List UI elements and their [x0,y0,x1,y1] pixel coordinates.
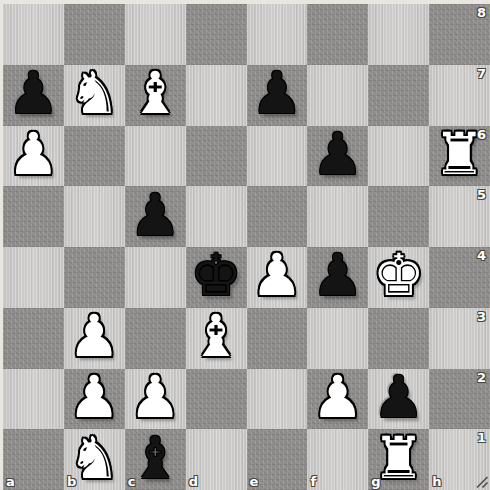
square-d6[interactable] [186,126,247,187]
square-g2[interactable]: ♟ [368,369,429,430]
piece-white-pawn[interactable]: ♟ [68,307,120,365]
rank-label-6: 6 [477,127,486,142]
square-b3[interactable]: ♟ [64,308,125,369]
square-h8[interactable]: 8 [429,4,490,65]
square-c3[interactable] [125,308,186,369]
square-d2[interactable] [186,369,247,430]
square-f3[interactable] [307,308,368,369]
square-g6[interactable] [368,126,429,187]
piece-white-king[interactable]: ♚ [373,246,425,304]
rank-label-1: 1 [477,430,486,445]
square-f4[interactable]: ♟ [307,247,368,308]
square-d3[interactable]: ♝ [186,308,247,369]
square-a8[interactable] [3,4,64,65]
square-e2[interactable] [247,369,308,430]
square-c7[interactable]: ♝ [125,65,186,126]
square-a2[interactable] [3,369,64,430]
rank-label-4: 4 [477,248,486,263]
square-b8[interactable] [64,4,125,65]
square-c2[interactable]: ♟ [125,369,186,430]
file-label-a: a [6,474,15,489]
square-a3[interactable] [3,308,64,369]
square-b7[interactable]: ♞ [64,65,125,126]
piece-black-bishop[interactable]: ♝ [129,429,181,487]
square-b2[interactable]: ♟ [64,369,125,430]
square-g8[interactable] [368,4,429,65]
square-d1[interactable]: d [186,429,247,490]
piece-white-knight[interactable]: ♞ [68,64,120,122]
square-c5[interactable]: ♟ [125,186,186,247]
square-b6[interactable] [64,126,125,187]
file-label-b: b [67,474,76,489]
file-label-g: g [371,474,380,489]
square-h5[interactable]: 5 [429,186,490,247]
piece-white-pawn[interactable]: ♟ [129,368,181,426]
piece-white-pawn[interactable]: ♟ [7,125,59,183]
piece-black-pawn[interactable]: ♟ [251,64,303,122]
board-resize-handle[interactable] [474,474,489,489]
square-a6[interactable]: ♟ [3,126,64,187]
square-a1[interactable]: a [3,429,64,490]
square-g7[interactable] [368,65,429,126]
square-h4[interactable]: 4 [429,247,490,308]
square-e6[interactable] [247,126,308,187]
square-c6[interactable] [125,126,186,187]
square-h3[interactable]: 3 [429,308,490,369]
chess-board: 8♟♞♝♟7♟♟6♜♟5♚♟♟♚4♟♝3♟♟♟♟2ab♞c♝defg♜h1 [3,4,490,490]
square-c4[interactable] [125,247,186,308]
square-a5[interactable] [3,186,64,247]
rank-label-3: 3 [477,309,486,324]
square-e3[interactable] [247,308,308,369]
square-c1[interactable]: c♝ [125,429,186,490]
square-a7[interactable]: ♟ [3,65,64,126]
file-label-f: f [310,474,316,489]
square-b5[interactable] [64,186,125,247]
square-h7[interactable]: 7 [429,65,490,126]
rank-label-8: 8 [477,5,486,20]
piece-black-king[interactable]: ♚ [190,246,242,304]
square-f2[interactable]: ♟ [307,369,368,430]
square-c8[interactable] [125,4,186,65]
file-label-h: h [432,474,441,489]
square-d8[interactable] [186,4,247,65]
square-f7[interactable] [307,65,368,126]
square-g4[interactable]: ♚ [368,247,429,308]
square-a4[interactable] [3,247,64,308]
square-f5[interactable] [307,186,368,247]
square-f1[interactable]: f [307,429,368,490]
file-label-e: e [250,474,259,489]
square-h2[interactable]: 2 [429,369,490,430]
piece-white-pawn[interactable]: ♟ [251,246,303,304]
rank-label-2: 2 [477,370,486,385]
piece-black-pawn[interactable]: ♟ [129,186,181,244]
piece-black-pawn[interactable]: ♟ [312,125,364,183]
square-b1[interactable]: b♞ [64,429,125,490]
square-f6[interactable]: ♟ [307,126,368,187]
piece-black-pawn[interactable]: ♟ [373,368,425,426]
piece-black-pawn[interactable]: ♟ [7,64,59,122]
piece-black-pawn[interactable]: ♟ [312,246,364,304]
piece-white-bishop[interactable]: ♝ [129,64,181,122]
piece-white-pawn[interactable]: ♟ [312,368,364,426]
square-e1[interactable]: e [247,429,308,490]
square-e5[interactable] [247,186,308,247]
file-label-c: c [128,474,136,489]
chess-app: 8♟♞♝♟7♟♟6♜♟5♚♟♟♚4♟♝3♟♟♟♟2ab♞c♝defg♜h1 [0,0,490,490]
square-f8[interactable] [307,4,368,65]
piece-white-pawn[interactable]: ♟ [68,368,120,426]
square-d5[interactable] [186,186,247,247]
square-d4[interactable]: ♚ [186,247,247,308]
square-g5[interactable] [368,186,429,247]
file-label-d: d [189,474,198,489]
square-h6[interactable]: 6♜ [429,126,490,187]
rank-label-7: 7 [477,66,486,81]
rank-label-5: 5 [477,187,486,202]
square-b4[interactable] [64,247,125,308]
square-e8[interactable] [247,4,308,65]
square-g1[interactable]: g♜ [368,429,429,490]
square-d7[interactable] [186,65,247,126]
square-g3[interactable] [368,308,429,369]
square-e4[interactable]: ♟ [247,247,308,308]
square-e7[interactable]: ♟ [247,65,308,126]
piece-white-bishop[interactable]: ♝ [190,307,242,365]
